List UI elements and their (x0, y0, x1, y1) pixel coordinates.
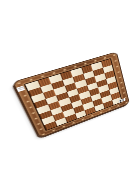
chessboard (12, 51, 130, 137)
product-photo-canvas (0, 0, 140, 186)
chessboard-grid (24, 58, 123, 131)
spec-sticker (17, 86, 25, 92)
